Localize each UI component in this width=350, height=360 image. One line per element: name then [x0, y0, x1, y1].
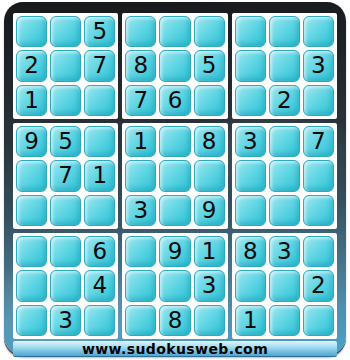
- sudoku-board: 5271857632957118393764391388321: [13, 13, 337, 339]
- cell-r7c9[interactable]: [303, 236, 334, 267]
- cell-r2c5[interactable]: [159, 50, 190, 81]
- cell-r2c8[interactable]: [269, 50, 300, 81]
- cell-r1c4[interactable]: [125, 16, 156, 47]
- cell-r5c9[interactable]: [303, 160, 334, 191]
- cell-r2c2[interactable]: [50, 50, 81, 81]
- cell-r1c6[interactable]: [194, 16, 225, 47]
- cell-r9c2[interactable]: 3: [50, 305, 81, 336]
- cell-r7c6[interactable]: 1: [194, 236, 225, 267]
- cell-r8c9[interactable]: 2: [303, 270, 334, 301]
- cell-r3c1[interactable]: 1: [16, 85, 47, 116]
- cell-r5c2[interactable]: 7: [50, 160, 81, 191]
- cell-r3c6[interactable]: [194, 85, 225, 116]
- cell-r1c5[interactable]: [159, 16, 190, 47]
- cell-r5c8[interactable]: [269, 160, 300, 191]
- cell-r3c8[interactable]: 2: [269, 85, 300, 116]
- cell-r8c5[interactable]: [159, 270, 190, 301]
- cell-r4c2[interactable]: 5: [50, 126, 81, 157]
- box-r1c1: 5271: [13, 13, 118, 119]
- cell-r1c2[interactable]: [50, 16, 81, 47]
- cell-r3c9[interactable]: [303, 85, 334, 116]
- board-frame: 5271857632957118393764391388321 www.sudo…: [4, 2, 346, 355]
- box-r1c3: 32: [232, 13, 337, 119]
- cell-r7c5[interactable]: 9: [159, 236, 190, 267]
- cell-r9c3[interactable]: [84, 305, 115, 336]
- cell-r3c2[interactable]: [50, 85, 81, 116]
- cell-r8c1[interactable]: [16, 270, 47, 301]
- cell-r4c8[interactable]: [269, 126, 300, 157]
- cell-r6c7[interactable]: [235, 195, 266, 226]
- cell-r4c5[interactable]: [159, 126, 190, 157]
- cell-r5c5[interactable]: [159, 160, 190, 191]
- cell-r1c7[interactable]: [235, 16, 266, 47]
- cell-r6c6[interactable]: 9: [194, 195, 225, 226]
- cell-r7c4[interactable]: [125, 236, 156, 267]
- cell-r9c1[interactable]: [16, 305, 47, 336]
- cell-r9c9[interactable]: [303, 305, 334, 336]
- cell-r5c4[interactable]: [125, 160, 156, 191]
- cell-r5c7[interactable]: [235, 160, 266, 191]
- cell-r9c6[interactable]: [194, 305, 225, 336]
- cell-r7c7[interactable]: 8: [235, 236, 266, 267]
- box-r3c2: 9138: [122, 233, 227, 339]
- cell-r1c9[interactable]: [303, 16, 334, 47]
- cell-r7c1[interactable]: [16, 236, 47, 267]
- cell-r6c4[interactable]: 3: [125, 195, 156, 226]
- cell-r2c4[interactable]: 8: [125, 50, 156, 81]
- cell-r8c7[interactable]: [235, 270, 266, 301]
- cell-r6c8[interactable]: [269, 195, 300, 226]
- cell-r2c3[interactable]: 7: [84, 50, 115, 81]
- cell-r6c1[interactable]: [16, 195, 47, 226]
- cell-r5c3[interactable]: 1: [84, 160, 115, 191]
- cell-r3c4[interactable]: 7: [125, 85, 156, 116]
- box-r3c3: 8321: [232, 233, 337, 339]
- cell-r4c9[interactable]: 7: [303, 126, 334, 157]
- cell-r7c3[interactable]: 6: [84, 236, 115, 267]
- cell-r3c5[interactable]: 6: [159, 85, 190, 116]
- cell-r9c7[interactable]: 1: [235, 305, 266, 336]
- cell-r6c2[interactable]: [50, 195, 81, 226]
- cell-r4c4[interactable]: 1: [125, 126, 156, 157]
- cell-r8c8[interactable]: [269, 270, 300, 301]
- box-r3c1: 643: [13, 233, 118, 339]
- cell-r9c8[interactable]: [269, 305, 300, 336]
- cell-r6c3[interactable]: [84, 195, 115, 226]
- cell-r7c2[interactable]: [50, 236, 81, 267]
- cell-r6c5[interactable]: [159, 195, 190, 226]
- cell-r4c3[interactable]: [84, 126, 115, 157]
- cell-r2c1[interactable]: 2: [16, 50, 47, 81]
- website-url: www.sudokusweb.com: [82, 341, 268, 357]
- cell-r4c6[interactable]: 8: [194, 126, 225, 157]
- cell-r4c7[interactable]: 3: [235, 126, 266, 157]
- cell-r8c2[interactable]: [50, 270, 81, 301]
- cell-r8c6[interactable]: 3: [194, 270, 225, 301]
- cell-r6c9[interactable]: [303, 195, 334, 226]
- cell-r1c1[interactable]: [16, 16, 47, 47]
- cell-r3c3[interactable]: [84, 85, 115, 116]
- cell-r2c7[interactable]: [235, 50, 266, 81]
- cell-r5c6[interactable]: [194, 160, 225, 191]
- sudoku-page: 5271857632957118393764391388321 www.sudo…: [0, 0, 350, 360]
- cell-r1c8[interactable]: [269, 16, 300, 47]
- cell-r4c1[interactable]: 9: [16, 126, 47, 157]
- cell-r7c8[interactable]: 3: [269, 236, 300, 267]
- cell-r3c7[interactable]: [235, 85, 266, 116]
- box-r2c3: 37: [232, 123, 337, 229]
- cell-r1c3[interactable]: 5: [84, 16, 115, 47]
- cell-r8c4[interactable]: [125, 270, 156, 301]
- cell-r9c5[interactable]: 8: [159, 305, 190, 336]
- cell-r2c9[interactable]: 3: [303, 50, 334, 81]
- box-r1c2: 8576: [122, 13, 227, 119]
- footer-bar: www.sudokusweb.com: [13, 341, 337, 357]
- box-r2c1: 9571: [13, 123, 118, 229]
- cell-r2c6[interactable]: 5: [194, 50, 225, 81]
- box-r2c2: 1839: [122, 123, 227, 229]
- cell-r9c4[interactable]: [125, 305, 156, 336]
- cell-r8c3[interactable]: 4: [84, 270, 115, 301]
- cell-r5c1[interactable]: [16, 160, 47, 191]
